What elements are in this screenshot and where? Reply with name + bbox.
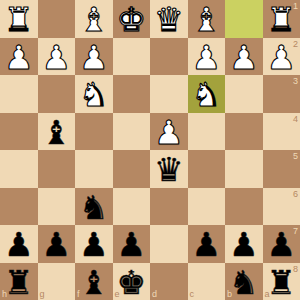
black-queen[interactable]: ♛ — [154, 153, 184, 186]
file-label-e: e — [115, 290, 120, 299]
black-rook[interactable]: ♜ — [266, 265, 296, 298]
black-pawn[interactable]: ♟ — [191, 228, 221, 261]
square-h3[interactable] — [0, 75, 38, 113]
square-e2[interactable] — [113, 38, 151, 76]
rank-label-8: 8 — [293, 265, 298, 274]
rank-label-2: 2 — [293, 40, 298, 49]
square-d1[interactable]: ♛ — [150, 0, 188, 38]
square-a5[interactable]: 5 — [263, 150, 301, 188]
black-pawn[interactable]: ♟ — [79, 228, 109, 261]
white-rook[interactable]: ♜ — [266, 3, 296, 36]
square-a6[interactable]: 6 — [263, 188, 301, 226]
rank-label-7: 7 — [293, 227, 298, 236]
square-c2[interactable]: ♟ — [188, 38, 226, 76]
square-b1[interactable] — [225, 0, 263, 38]
white-king[interactable]: ♚ — [116, 3, 146, 36]
square-a3[interactable]: 3 — [263, 75, 301, 113]
square-d3[interactable] — [150, 75, 188, 113]
black-king[interactable]: ♚ — [116, 265, 146, 298]
square-a7[interactable]: ♟7 — [263, 225, 301, 263]
square-d7[interactable] — [150, 225, 188, 263]
chess-board: ♜♝♚♛♝♜1♟♟♟♟♟♟2♞♞3♝♟4♛5♞6♟♟♟♟♟♟♟7♜hg♝f♚ed… — [0, 0, 300, 300]
black-knight[interactable]: ♞ — [79, 190, 109, 223]
square-b5[interactable] — [225, 150, 263, 188]
square-e8[interactable]: ♚e — [113, 263, 151, 300]
square-c3[interactable]: ♞ — [188, 75, 226, 113]
square-g5[interactable] — [38, 150, 76, 188]
file-label-d: d — [152, 290, 157, 299]
square-d4[interactable]: ♟ — [150, 113, 188, 151]
square-a8[interactable]: ♜8a — [263, 263, 301, 300]
square-c6[interactable] — [188, 188, 226, 226]
square-h2[interactable]: ♟ — [0, 38, 38, 76]
square-g6[interactable] — [38, 188, 76, 226]
square-h1[interactable]: ♜ — [0, 0, 38, 38]
black-pawn[interactable]: ♟ — [4, 228, 34, 261]
square-a2[interactable]: ♟2 — [263, 38, 301, 76]
file-label-h: h — [2, 290, 7, 299]
black-rook[interactable]: ♜ — [4, 265, 34, 298]
square-e5[interactable] — [113, 150, 151, 188]
square-e6[interactable] — [113, 188, 151, 226]
file-label-g: g — [40, 290, 45, 299]
square-c8[interactable]: c — [188, 263, 226, 300]
square-h8[interactable]: ♜h — [0, 263, 38, 300]
square-e3[interactable] — [113, 75, 151, 113]
square-b3[interactable] — [225, 75, 263, 113]
white-pawn[interactable]: ♟ — [4, 40, 34, 73]
square-d6[interactable] — [150, 188, 188, 226]
rank-label-4: 4 — [293, 115, 298, 124]
file-label-f: f — [77, 290, 80, 299]
white-pawn[interactable]: ♟ — [229, 40, 259, 73]
square-f1[interactable]: ♝ — [75, 0, 113, 38]
square-h7[interactable]: ♟ — [0, 225, 38, 263]
square-d5[interactable]: ♛ — [150, 150, 188, 188]
black-pawn[interactable]: ♟ — [116, 228, 146, 261]
square-g3[interactable] — [38, 75, 76, 113]
rank-label-5: 5 — [293, 152, 298, 161]
square-g4[interactable]: ♝ — [38, 113, 76, 151]
square-f7[interactable]: ♟ — [75, 225, 113, 263]
white-pawn[interactable]: ♟ — [79, 40, 109, 73]
square-c4[interactable] — [188, 113, 226, 151]
square-b7[interactable]: ♟ — [225, 225, 263, 263]
square-d2[interactable] — [150, 38, 188, 76]
square-f3[interactable]: ♞ — [75, 75, 113, 113]
black-pawn[interactable]: ♟ — [266, 228, 296, 261]
square-g7[interactable]: ♟ — [38, 225, 76, 263]
square-f2[interactable]: ♟ — [75, 38, 113, 76]
file-label-b: b — [227, 290, 232, 299]
white-knight[interactable]: ♞ — [191, 78, 221, 111]
square-a4[interactable]: 4 — [263, 113, 301, 151]
file-label-a: a — [265, 290, 270, 299]
white-pawn[interactable]: ♟ — [191, 40, 221, 73]
square-h6[interactable] — [0, 188, 38, 226]
file-label-c: c — [190, 290, 195, 299]
black-knight[interactable]: ♞ — [229, 265, 259, 298]
black-bishop[interactable]: ♝ — [41, 115, 71, 148]
rank-label-3: 3 — [293, 77, 298, 86]
square-f4[interactable] — [75, 113, 113, 151]
square-f6[interactable]: ♞ — [75, 188, 113, 226]
rank-label-1: 1 — [293, 2, 298, 11]
square-g2[interactable]: ♟ — [38, 38, 76, 76]
square-h5[interactable] — [0, 150, 38, 188]
black-bishop[interactable]: ♝ — [79, 265, 109, 298]
square-e7[interactable]: ♟ — [113, 225, 151, 263]
square-b6[interactable] — [225, 188, 263, 226]
black-pawn[interactable]: ♟ — [41, 228, 71, 261]
square-b4[interactable] — [225, 113, 263, 151]
square-a1[interactable]: ♜1 — [263, 0, 301, 38]
white-rook[interactable]: ♜ — [4, 3, 34, 36]
square-e1[interactable]: ♚ — [113, 0, 151, 38]
white-knight[interactable]: ♞ — [79, 78, 109, 111]
white-pawn[interactable]: ♟ — [154, 115, 184, 148]
square-b2[interactable]: ♟ — [225, 38, 263, 76]
white-bishop[interactable]: ♝ — [191, 3, 221, 36]
white-pawn[interactable]: ♟ — [266, 40, 296, 73]
square-c1[interactable]: ♝ — [188, 0, 226, 38]
square-c5[interactable] — [188, 150, 226, 188]
square-f8[interactable]: ♝f — [75, 263, 113, 300]
square-b8[interactable]: ♞b — [225, 263, 263, 300]
white-queen[interactable]: ♛ — [154, 3, 184, 36]
square-e4[interactable] — [113, 113, 151, 151]
white-bishop[interactable]: ♝ — [79, 3, 109, 36]
square-f5[interactable] — [75, 150, 113, 188]
square-c7[interactable]: ♟ — [188, 225, 226, 263]
square-d8[interactable]: d — [150, 263, 188, 300]
square-g8[interactable]: g — [38, 263, 76, 300]
black-pawn[interactable]: ♟ — [229, 228, 259, 261]
white-pawn[interactable]: ♟ — [41, 40, 71, 73]
square-h4[interactable] — [0, 113, 38, 151]
rank-label-6: 6 — [293, 190, 298, 199]
square-g1[interactable] — [38, 0, 76, 38]
